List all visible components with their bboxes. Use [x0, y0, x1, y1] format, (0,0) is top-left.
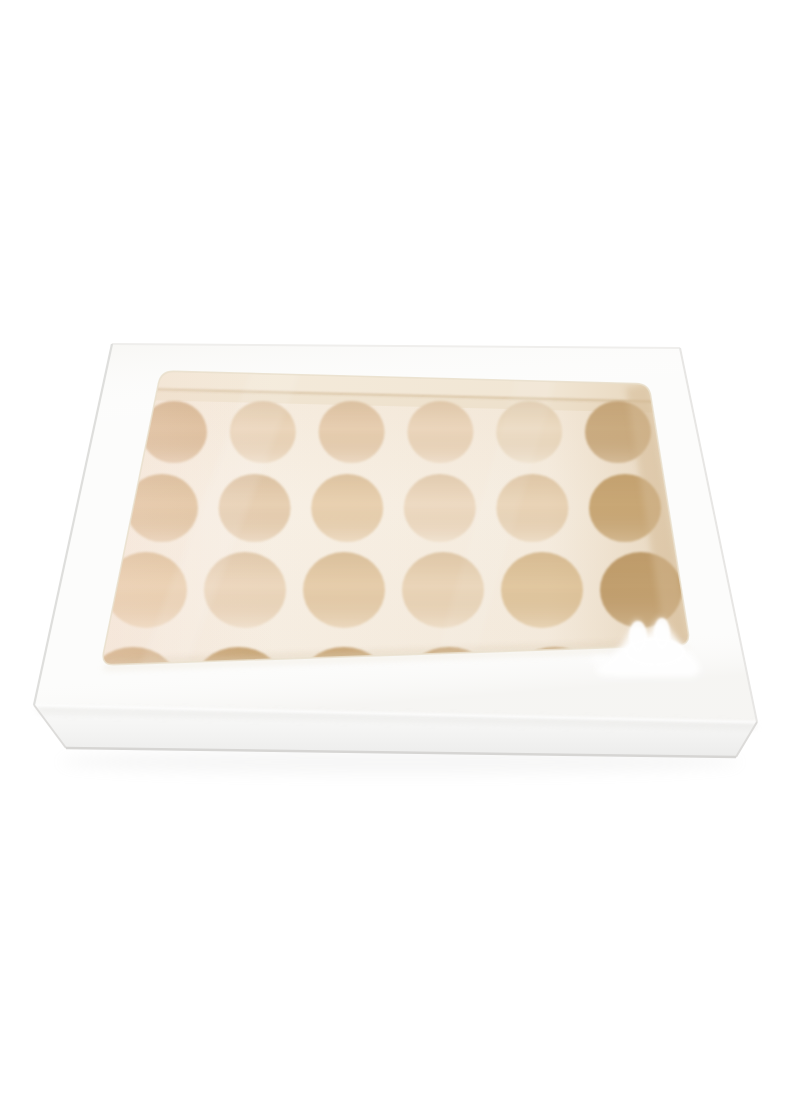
glare-spike-right [654, 618, 670, 648]
photo-stage [0, 0, 800, 1096]
glare-spike-left [629, 621, 647, 651]
glare-wisp [590, 655, 610, 665]
cupcake-box-photo [0, 0, 800, 1096]
